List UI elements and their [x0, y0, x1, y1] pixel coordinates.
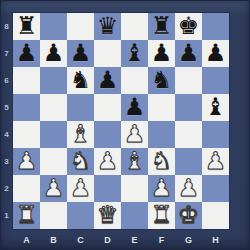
- square-e7[interactable]: ♝: [121, 40, 148, 67]
- rank-label-7: 7: [0, 40, 13, 67]
- file-label-h: H: [202, 229, 229, 250]
- file-label-f: F: [148, 229, 175, 250]
- square-h8[interactable]: [202, 13, 229, 40]
- piece-white-king[interactable]: ♚: [178, 203, 200, 227]
- piece-black-pawn[interactable]: ♟: [151, 41, 173, 65]
- square-b1[interactable]: [40, 202, 67, 229]
- square-g6[interactable]: [175, 67, 202, 94]
- square-g4[interactable]: [175, 121, 202, 148]
- square-g2[interactable]: ♟: [175, 175, 202, 202]
- square-a1[interactable]: ♜: [13, 202, 40, 229]
- square-b2[interactable]: ♟: [40, 175, 67, 202]
- square-e8[interactable]: [121, 13, 148, 40]
- square-h4[interactable]: [202, 121, 229, 148]
- file-label-e: E: [121, 229, 148, 250]
- file-label-c: C: [67, 229, 94, 250]
- square-d8[interactable]: ♛: [94, 13, 121, 40]
- square-f2[interactable]: ♟: [148, 175, 175, 202]
- rank-label-4: 4: [0, 121, 13, 148]
- square-a5[interactable]: [13, 94, 40, 121]
- piece-white-knight[interactable]: ♞: [70, 149, 92, 173]
- piece-white-bishop[interactable]: ♝: [124, 149, 146, 173]
- square-h1[interactable]: [202, 202, 229, 229]
- square-f4[interactable]: [148, 121, 175, 148]
- square-c3[interactable]: ♞: [67, 148, 94, 175]
- piece-black-rook[interactable]: ♜: [151, 14, 173, 38]
- square-b7[interactable]: ♟: [40, 40, 67, 67]
- square-b4[interactable]: [40, 121, 67, 148]
- file-label-g: G: [175, 229, 202, 250]
- piece-white-rook[interactable]: ♜: [16, 203, 38, 227]
- square-h2[interactable]: [202, 175, 229, 202]
- piece-white-pawn[interactable]: ♟: [205, 149, 227, 173]
- square-c5[interactable]: [67, 94, 94, 121]
- chess-board-frame: ♜♛♜♚♟♟♟♝♟♟♟♞♟♞♟♝♝♟♟♞♟♝♞♟♟♟♟♟♜♛♜♚ 8765432…: [0, 0, 250, 250]
- piece-black-pawn[interactable]: ♟: [205, 41, 227, 65]
- square-g7[interactable]: ♟: [175, 40, 202, 67]
- square-e5[interactable]: ♟: [121, 94, 148, 121]
- square-d5[interactable]: [94, 94, 121, 121]
- square-a7[interactable]: ♟: [13, 40, 40, 67]
- square-b5[interactable]: [40, 94, 67, 121]
- square-h3[interactable]: ♟: [202, 148, 229, 175]
- square-g1[interactable]: ♚: [175, 202, 202, 229]
- piece-white-knight[interactable]: ♞: [151, 149, 173, 173]
- square-c7[interactable]: ♟: [67, 40, 94, 67]
- square-d2[interactable]: [94, 175, 121, 202]
- piece-white-pawn[interactable]: ♟: [124, 122, 146, 146]
- square-h7[interactable]: ♟: [202, 40, 229, 67]
- square-g8[interactable]: ♚: [175, 13, 202, 40]
- rank-label-5: 5: [0, 94, 13, 121]
- rank-label-2: 2: [0, 175, 13, 202]
- piece-black-queen[interactable]: ♛: [97, 14, 119, 38]
- rank-label-3: 3: [0, 148, 13, 175]
- square-a2[interactable]: [13, 175, 40, 202]
- square-h6[interactable]: [202, 67, 229, 94]
- square-d6[interactable]: ♟: [94, 67, 121, 94]
- square-c4[interactable]: ♝: [67, 121, 94, 148]
- square-c2[interactable]: ♟: [67, 175, 94, 202]
- rank-label-8: 8: [0, 13, 13, 40]
- square-b8[interactable]: [40, 13, 67, 40]
- square-f5[interactable]: [148, 94, 175, 121]
- square-h5[interactable]: ♝: [202, 94, 229, 121]
- square-f1[interactable]: ♜: [148, 202, 175, 229]
- square-g5[interactable]: [175, 94, 202, 121]
- file-label-d: D: [94, 229, 121, 250]
- piece-black-rook[interactable]: ♜: [16, 14, 38, 38]
- chess-board: ♜♛♜♚♟♟♟♝♟♟♟♞♟♞♟♝♝♟♟♞♟♝♞♟♟♟♟♟♜♛♜♚: [13, 13, 229, 229]
- piece-white-queen[interactable]: ♛: [97, 203, 119, 227]
- square-c8[interactable]: [67, 13, 94, 40]
- piece-black-knight[interactable]: ♞: [151, 68, 173, 92]
- square-f3[interactable]: ♞: [148, 148, 175, 175]
- piece-black-pawn[interactable]: ♟: [178, 41, 200, 65]
- piece-black-pawn[interactable]: ♟: [70, 41, 92, 65]
- piece-black-knight[interactable]: ♞: [70, 68, 92, 92]
- square-g3[interactable]: [175, 148, 202, 175]
- square-a4[interactable]: [13, 121, 40, 148]
- piece-black-bishop[interactable]: ♝: [124, 41, 146, 65]
- piece-white-pawn[interactable]: ♟: [43, 176, 65, 200]
- square-e3[interactable]: ♝: [121, 148, 148, 175]
- rank-label-1: 1: [0, 202, 13, 229]
- piece-black-pawn[interactable]: ♟: [97, 68, 119, 92]
- piece-white-pawn[interactable]: ♟: [97, 149, 119, 173]
- square-e2[interactable]: [121, 175, 148, 202]
- square-e1[interactable]: [121, 202, 148, 229]
- square-a6[interactable]: [13, 67, 40, 94]
- square-a8[interactable]: ♜: [13, 13, 40, 40]
- square-d3[interactable]: ♟: [94, 148, 121, 175]
- piece-black-pawn[interactable]: ♟: [43, 41, 65, 65]
- square-b6[interactable]: [40, 67, 67, 94]
- piece-white-bishop[interactable]: ♝: [70, 122, 92, 146]
- piece-white-pawn[interactable]: ♟: [70, 176, 92, 200]
- square-f7[interactable]: ♟: [148, 40, 175, 67]
- square-e6[interactable]: [121, 67, 148, 94]
- piece-black-pawn[interactable]: ♟: [124, 95, 146, 119]
- piece-white-pawn[interactable]: ♟: [16, 149, 38, 173]
- square-c6[interactable]: ♞: [67, 67, 94, 94]
- square-c1[interactable]: [67, 202, 94, 229]
- square-d1[interactable]: ♛: [94, 202, 121, 229]
- file-label-a: A: [13, 229, 40, 250]
- square-a3[interactable]: ♟: [13, 148, 40, 175]
- piece-black-king[interactable]: ♚: [178, 14, 200, 38]
- piece-black-pawn[interactable]: ♟: [16, 41, 38, 65]
- square-f6[interactable]: ♞: [148, 67, 175, 94]
- square-f8[interactable]: ♜: [148, 13, 175, 40]
- rank-label-6: 6: [0, 67, 13, 94]
- square-d7[interactable]: [94, 40, 121, 67]
- piece-white-rook[interactable]: ♜: [151, 203, 173, 227]
- piece-white-pawn[interactable]: ♟: [151, 176, 173, 200]
- piece-black-bishop[interactable]: ♝: [205, 95, 227, 119]
- square-d4[interactable]: [94, 121, 121, 148]
- file-label-b: B: [40, 229, 67, 250]
- square-e4[interactable]: ♟: [121, 121, 148, 148]
- piece-white-pawn[interactable]: ♟: [178, 176, 200, 200]
- square-b3[interactable]: [40, 148, 67, 175]
